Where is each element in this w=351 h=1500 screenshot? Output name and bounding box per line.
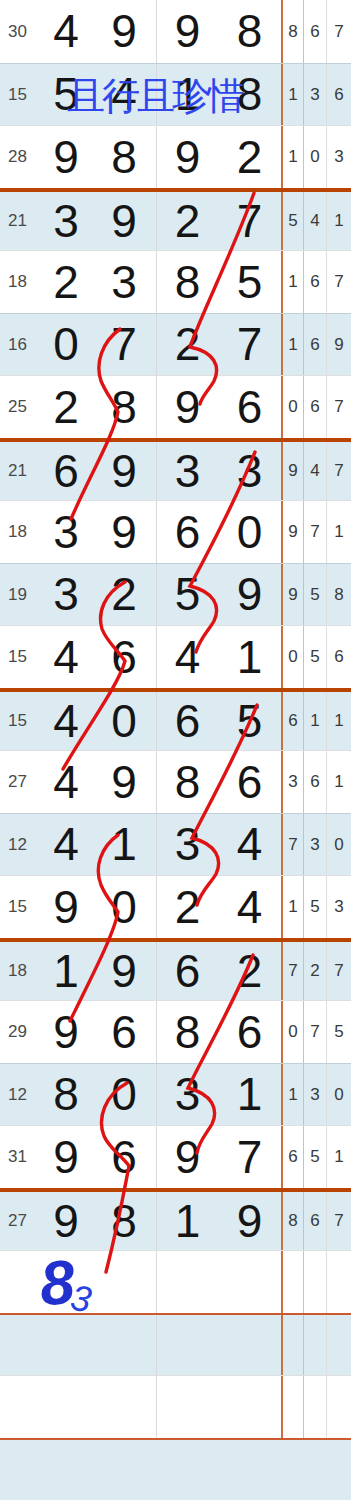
tail-digit: 5: [304, 626, 327, 688]
draw-digit: 3: [92, 251, 157, 313]
trend-table: 3049988671554181362898921032139275411823…: [0, 0, 351, 1500]
tail-digit: 0: [304, 126, 327, 188]
draw-digit: 3: [157, 814, 218, 876]
draw-digit: [92, 1376, 157, 1438]
draw-digit: 3: [218, 442, 283, 501]
tail-digit: 7: [304, 1001, 327, 1063]
row-label: 18: [0, 942, 40, 1001]
tail-digit: 1: [327, 692, 351, 751]
tail-digit: 0: [283, 1001, 304, 1063]
tail-digit: 1: [283, 64, 304, 126]
draw-digit: 6: [92, 626, 157, 688]
draw-digit: 4: [40, 626, 92, 688]
draw-digit: 1: [218, 1064, 283, 1126]
draw-digit: 8: [92, 376, 157, 438]
tail-digit: 3: [304, 814, 327, 876]
draw-digit: 6: [40, 442, 92, 501]
draw-digit: 7: [92, 314, 157, 376]
tail-digit: 0: [283, 376, 304, 438]
draw-digit: 9: [40, 1126, 92, 1188]
draw-digit: 2: [218, 942, 283, 1001]
tail-digit: 5: [304, 564, 327, 626]
tail-digit: 1: [283, 314, 304, 376]
draw-digit: 0: [40, 314, 92, 376]
tail-digit: 6: [304, 1192, 327, 1251]
tail-digit: [283, 1376, 304, 1438]
draw-digit: 6: [218, 376, 283, 438]
draw-digit: [218, 1376, 283, 1438]
draw-digit: 4: [157, 626, 218, 688]
tail-digit: 2: [304, 942, 327, 1001]
draw-digit: 9: [157, 0, 218, 63]
draw-digit: 0: [92, 692, 157, 751]
row-label: 15: [0, 876, 40, 938]
draw-digit: 8: [157, 751, 218, 813]
tail-digit: 1: [327, 751, 351, 813]
tail-digit: 3: [327, 126, 351, 188]
draw-digit: 5: [40, 64, 92, 126]
draw-digit: 6: [92, 1126, 157, 1188]
draw-digit: 8: [157, 1001, 218, 1063]
tail-digit: 3: [283, 751, 304, 813]
table-row: 252896067: [0, 375, 351, 438]
row-label: 15: [0, 692, 40, 751]
table-row: 155418136: [0, 63, 351, 126]
draw-digit: 7: [218, 314, 283, 376]
row-label: 12: [0, 814, 40, 876]
draw-digit: 2: [218, 126, 283, 188]
draw-digit: [157, 1315, 218, 1376]
row-label: 21: [0, 442, 40, 501]
draw-digit: [92, 1315, 157, 1376]
draw-digit: [157, 1440, 218, 1500]
draw-digit: 6: [157, 501, 218, 563]
draw-digit: 9: [92, 942, 157, 1001]
draw-digit: [40, 1376, 92, 1438]
draw-digit: 6: [157, 942, 218, 1001]
tail-digit: 6: [304, 376, 327, 438]
table-row: 319697651: [0, 1125, 351, 1188]
row-label: [0, 1315, 40, 1376]
draw-digit: 2: [40, 251, 92, 313]
draw-digit: 8: [92, 126, 157, 188]
draw-digit: [92, 1440, 157, 1500]
table-row: 274986361: [0, 750, 351, 813]
draw-digit: 9: [40, 126, 92, 188]
draw-digit: 2: [157, 314, 218, 376]
draw-digit: 9: [157, 126, 218, 188]
tail-digit: 6: [304, 0, 327, 63]
tail-digit: 5: [327, 1001, 351, 1063]
draw-digit: 3: [157, 442, 218, 501]
table-row: 213927541: [0, 188, 351, 251]
table-row: 304998867: [0, 0, 351, 63]
tail-digit: 9: [283, 442, 304, 501]
tail-digit: 8: [327, 564, 351, 626]
lottery-trend-chart: 3049988671554181362898921032139275411823…: [0, 0, 351, 1500]
table-row: 183960971: [0, 500, 351, 563]
draw-digit: [218, 1440, 283, 1500]
tail-digit: 6: [283, 692, 304, 751]
tail-digit: 0: [327, 1064, 351, 1126]
draw-digit: 9: [40, 1001, 92, 1063]
draw-digit: [157, 1251, 218, 1313]
draw-digit: 0: [92, 1064, 157, 1126]
draw-digit: [40, 1440, 92, 1500]
draw-digit: 4: [218, 876, 283, 938]
tail-digit: [304, 1440, 327, 1500]
tail-digit: 7: [283, 814, 304, 876]
draw-digit: 0: [92, 876, 157, 938]
draw-digit: 1: [92, 814, 157, 876]
row-label: 15: [0, 626, 40, 688]
table-row: 154641056: [0, 625, 351, 688]
draw-digit: 6: [157, 692, 218, 751]
tail-digit: 5: [304, 876, 327, 938]
tail-digit: [304, 1376, 327, 1438]
tail-digit: 4: [304, 442, 327, 501]
table-row: 181962727: [0, 938, 351, 1001]
draw-digit: 2: [40, 376, 92, 438]
tail-digit: 6: [304, 251, 327, 313]
table-row: 299686075: [0, 1000, 351, 1063]
table-row: 216933947: [0, 438, 351, 501]
row-label: 18: [0, 251, 40, 313]
draw-digit: 4: [218, 814, 283, 876]
tail-digit: 6: [304, 751, 327, 813]
tail-digit: 4: [304, 192, 327, 251]
tail-digit: 8: [283, 0, 304, 63]
row-label: [0, 1440, 40, 1500]
tail-digit: 9: [283, 501, 304, 563]
row-label: 31: [0, 1126, 40, 1188]
draw-digit: 3: [157, 1064, 218, 1126]
row-label: 27: [0, 751, 40, 813]
tail-digit: 1: [283, 126, 304, 188]
draw-digit: 7: [218, 192, 283, 251]
tail-digit: [327, 1440, 351, 1500]
draw-digit: 9: [218, 1192, 283, 1251]
tail-digit: [327, 1315, 351, 1376]
tail-digit: 6: [283, 1126, 304, 1188]
tail-digit: 3: [327, 876, 351, 938]
tail-digit: 1: [283, 1064, 304, 1126]
row-label: 30: [0, 0, 40, 63]
table-row: 289892103: [0, 125, 351, 188]
draw-digit: 4: [40, 0, 92, 63]
row-label: 29: [0, 1001, 40, 1063]
draw-digit: 6: [92, 1001, 157, 1063]
draw-digit: 9: [157, 376, 218, 438]
draw-digit: 9: [218, 564, 283, 626]
draw-digit: 6: [218, 751, 283, 813]
tail-digit: [283, 1315, 304, 1376]
tail-digit: 9: [327, 314, 351, 376]
tail-digit: [304, 1315, 327, 1376]
draw-digit: 5: [218, 692, 283, 751]
tail-digit: 0: [283, 626, 304, 688]
tail-digit: 9: [283, 564, 304, 626]
tail-digit: 7: [304, 501, 327, 563]
tail-digit: 3: [304, 1064, 327, 1126]
tail-digit: 8: [283, 1192, 304, 1251]
table-row: [0, 1375, 351, 1438]
row-label: 18: [0, 501, 40, 563]
draw-digit: 9: [92, 192, 157, 251]
tail-digit: 7: [327, 376, 351, 438]
table-row: 160727169: [0, 313, 351, 376]
tail-digit: 1: [327, 501, 351, 563]
draw-digit: 9: [40, 1192, 92, 1251]
tail-digit: [283, 1251, 304, 1313]
draw-digit: 4: [40, 751, 92, 813]
tail-digit: 6: [327, 64, 351, 126]
row-label: [0, 1251, 40, 1313]
draw-digit: 9: [92, 501, 157, 563]
tail-digit: 1: [327, 192, 351, 251]
tail-digit: 7: [327, 1192, 351, 1251]
tail-digit: 7: [283, 942, 304, 1001]
draw-digit: 2: [92, 564, 157, 626]
draw-digit: [218, 1251, 283, 1313]
tail-digit: 6: [327, 626, 351, 688]
draw-digit: 7: [218, 1126, 283, 1188]
table-row: 159024153: [0, 875, 351, 938]
draw-digit: 3: [40, 564, 92, 626]
draw-digit: 4: [92, 64, 157, 126]
tail-digit: 7: [327, 251, 351, 313]
tail-digit: 6: [304, 314, 327, 376]
tail-digit: 7: [327, 942, 351, 1001]
draw-digit: 1: [157, 1192, 218, 1251]
draw-digit: 1: [40, 942, 92, 1001]
draw-digit: 0: [218, 501, 283, 563]
draw-digit: 9: [40, 876, 92, 938]
tail-digit: 1: [283, 876, 304, 938]
draw-digit: 9: [157, 1126, 218, 1188]
draw-digit: 9: [92, 0, 157, 63]
draw-digit: 5: [218, 251, 283, 313]
draw-digit: [157, 1376, 218, 1438]
tail-digit: [327, 1251, 351, 1313]
row-label: [0, 1376, 40, 1438]
tail-digit: 7: [327, 0, 351, 63]
table-row: 124134730: [0, 813, 351, 876]
draw-digit: 3: [40, 501, 92, 563]
draw-digit: 9: [92, 442, 157, 501]
table-row: [0, 1250, 351, 1313]
row-label: 16: [0, 314, 40, 376]
draw-digit: [218, 1315, 283, 1376]
draw-digit: 8: [157, 251, 218, 313]
row-label: 21: [0, 192, 40, 251]
table-row: 182385167: [0, 250, 351, 313]
draw-digit: 6: [218, 1001, 283, 1063]
draw-digit: 4: [40, 814, 92, 876]
draw-digit: [92, 1251, 157, 1313]
table-row: 154065611: [0, 688, 351, 751]
table-row: 128031130: [0, 1063, 351, 1126]
table-row: [0, 1438, 351, 1500]
tail-digit: 1: [283, 251, 304, 313]
row-label: 19: [0, 564, 40, 626]
tail-digit: [283, 1440, 304, 1500]
table-row: [0, 1313, 351, 1376]
draw-digit: 2: [157, 192, 218, 251]
draw-digit: 5: [157, 564, 218, 626]
tail-digit: [327, 1376, 351, 1438]
row-label: 15: [0, 64, 40, 126]
draw-digit: [40, 1251, 92, 1313]
draw-digit: 1: [218, 626, 283, 688]
draw-digit: 2: [157, 876, 218, 938]
tail-digit: 1: [327, 1126, 351, 1188]
draw-digit: 4: [40, 692, 92, 751]
row-label: 28: [0, 126, 40, 188]
draw-digit: 1: [157, 64, 218, 126]
draw-digit: 8: [92, 1192, 157, 1251]
row-label: 27: [0, 1192, 40, 1251]
draw-digit: 8: [218, 64, 283, 126]
row-label: 25: [0, 376, 40, 438]
tail-digit: [304, 1251, 327, 1313]
draw-digit: 9: [92, 751, 157, 813]
draw-digit: 3: [40, 192, 92, 251]
draw-digit: 8: [218, 0, 283, 63]
table-row: 193259958: [0, 563, 351, 626]
tail-digit: 1: [304, 692, 327, 751]
tail-digit: 3: [304, 64, 327, 126]
table-row: 279819867: [0, 1188, 351, 1251]
tail-digit: 0: [327, 814, 351, 876]
tail-digit: 5: [283, 192, 304, 251]
row-label: 12: [0, 1064, 40, 1126]
tail-digit: 7: [327, 442, 351, 501]
draw-digit: 8: [40, 1064, 92, 1126]
draw-digit: [40, 1315, 92, 1376]
tail-digit: 5: [304, 1126, 327, 1188]
